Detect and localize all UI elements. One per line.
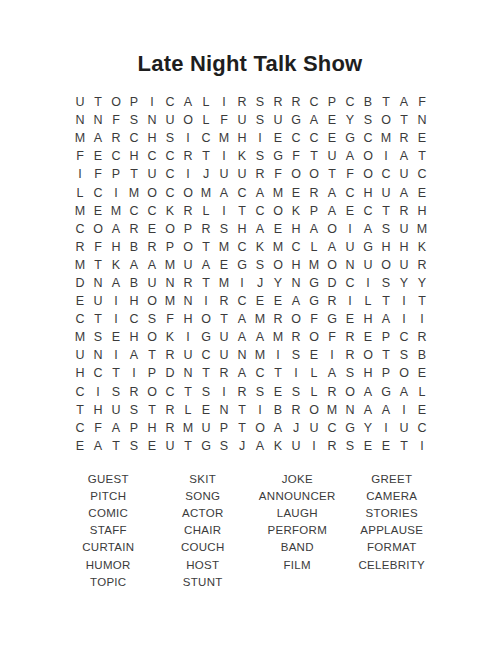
letter-cell[interactable]: R [251, 165, 269, 183]
letter-cell[interactable]: Y [359, 419, 377, 437]
letter-cell[interactable]: A [251, 183, 269, 201]
letter-cell[interactable]: R [341, 346, 359, 364]
letter-cell[interactable]: T [395, 111, 413, 129]
letter-cell[interactable]: I [215, 147, 233, 165]
letter-cell[interactable]: N [179, 364, 197, 382]
letter-cell[interactable]: R [323, 383, 341, 401]
letter-cell[interactable]: M [197, 183, 215, 201]
letter-cell[interactable]: U [323, 147, 341, 165]
letter-cell[interactable]: E [71, 292, 89, 310]
letter-cell[interactable]: C [161, 165, 179, 183]
letter-cell[interactable]: E [359, 437, 377, 455]
letter-cell[interactable]: M [161, 292, 179, 310]
letter-cell[interactable]: M [305, 256, 323, 274]
letter-cell[interactable]: E [359, 328, 377, 346]
letter-cell[interactable]: L [359, 292, 377, 310]
letter-cell[interactable]: P [125, 419, 143, 437]
letter-cell[interactable]: S [287, 346, 305, 364]
letter-cell[interactable]: T [233, 202, 251, 220]
letter-cell[interactable]: I [107, 346, 125, 364]
letter-cell[interactable]: I [215, 93, 233, 111]
letter-cell[interactable]: F [341, 165, 359, 183]
letter-cell[interactable]: O [359, 346, 377, 364]
letter-cell[interactable]: C [71, 419, 89, 437]
letter-cell[interactable]: A [125, 346, 143, 364]
letter-cell[interactable]: S [143, 310, 161, 328]
letter-cell[interactable]: E [143, 220, 161, 238]
letter-cell[interactable]: R [269, 93, 287, 111]
letter-cell[interactable]: C [287, 238, 305, 256]
letter-cell[interactable]: F [89, 165, 107, 183]
letter-cell[interactable]: T [413, 292, 431, 310]
letter-cell[interactable]: H [287, 220, 305, 238]
letter-cell[interactable]: I [179, 129, 197, 147]
letter-cell[interactable]: A [251, 437, 269, 455]
letter-cell[interactable]: A [89, 129, 107, 147]
letter-cell[interactable]: I [71, 165, 89, 183]
letter-cell[interactable]: P [143, 364, 161, 382]
letter-cell[interactable]: O [359, 165, 377, 183]
letter-cell[interactable]: O [179, 183, 197, 201]
letter-cell[interactable]: I [143, 93, 161, 111]
letter-cell[interactable]: E [413, 183, 431, 201]
letter-cell[interactable]: K [107, 256, 125, 274]
letter-cell[interactable]: G [305, 292, 323, 310]
letter-cell[interactable]: C [125, 310, 143, 328]
letter-cell[interactable]: H [143, 129, 161, 147]
letter-cell[interactable]: H [107, 238, 125, 256]
letter-cell[interactable]: C [251, 202, 269, 220]
letter-cell[interactable]: C [341, 274, 359, 292]
letter-cell[interactable]: K [251, 238, 269, 256]
letter-cell[interactable]: N [89, 274, 107, 292]
letter-cell[interactable]: I [107, 310, 125, 328]
letter-cell[interactable]: C [125, 202, 143, 220]
letter-cell[interactable]: M [71, 129, 89, 147]
letter-cell[interactable]: M [269, 183, 287, 201]
letter-cell[interactable]: S [89, 328, 107, 346]
letter-cell[interactable]: O [197, 310, 215, 328]
letter-cell[interactable]: I [377, 419, 395, 437]
letter-cell[interactable]: C [161, 93, 179, 111]
letter-cell[interactable]: H [233, 220, 251, 238]
letter-cell[interactable]: O [377, 256, 395, 274]
letter-cell[interactable]: A [107, 220, 125, 238]
letter-cell[interactable]: T [89, 256, 107, 274]
letter-cell[interactable]: J [287, 419, 305, 437]
letter-cell[interactable]: D [161, 364, 179, 382]
letter-cell[interactable]: S [251, 256, 269, 274]
letter-cell[interactable]: U [71, 93, 89, 111]
letter-cell[interactable]: K [161, 328, 179, 346]
letter-cell[interactable]: R [179, 147, 197, 165]
letter-cell[interactable]: U [305, 419, 323, 437]
letter-cell[interactable]: U [359, 256, 377, 274]
letter-cell[interactable]: C [161, 183, 179, 201]
letter-cell[interactable]: H [233, 129, 251, 147]
letter-cell[interactable]: K [413, 238, 431, 256]
letter-cell[interactable]: R [323, 437, 341, 455]
letter-cell[interactable]: P [179, 220, 197, 238]
letter-cell[interactable]: C [359, 202, 377, 220]
letter-cell[interactable]: T [179, 383, 197, 401]
letter-cell[interactable]: U [143, 274, 161, 292]
letter-cell[interactable]: N [215, 401, 233, 419]
letter-cell[interactable]: R [269, 310, 287, 328]
letter-cell[interactable]: A [179, 93, 197, 111]
letter-cell[interactable]: G [269, 147, 287, 165]
letter-cell[interactable]: T [89, 93, 107, 111]
letter-cell[interactable]: R [287, 93, 305, 111]
letter-cell[interactable]: C [71, 220, 89, 238]
letter-cell[interactable]: I [179, 165, 197, 183]
letter-cell[interactable]: M [125, 183, 143, 201]
letter-cell[interactable]: H [359, 310, 377, 328]
letter-cell[interactable]: C [71, 383, 89, 401]
letter-cell[interactable]: T [143, 346, 161, 364]
letter-cell[interactable]: A [233, 328, 251, 346]
letter-cell[interactable]: A [251, 220, 269, 238]
letter-cell[interactable]: S [251, 111, 269, 129]
letter-cell[interactable]: E [413, 364, 431, 382]
letter-cell[interactable]: B [359, 93, 377, 111]
letter-cell[interactable]: O [323, 220, 341, 238]
letter-cell[interactable]: C [107, 147, 125, 165]
letter-cell[interactable]: U [269, 111, 287, 129]
letter-cell[interactable]: A [143, 256, 161, 274]
letter-cell[interactable]: O [107, 93, 125, 111]
letter-cell[interactable]: K [161, 202, 179, 220]
letter-cell[interactable]: E [323, 111, 341, 129]
letter-cell[interactable]: C [359, 129, 377, 147]
letter-cell[interactable]: F [287, 147, 305, 165]
letter-cell[interactable]: G [197, 437, 215, 455]
letter-cell[interactable]: H [359, 364, 377, 382]
letter-cell[interactable]: P [377, 328, 395, 346]
letter-cell[interactable]: L [179, 401, 197, 419]
letter-cell[interactable]: I [377, 147, 395, 165]
letter-cell[interactable]: B [125, 238, 143, 256]
letter-cell[interactable]: O [161, 220, 179, 238]
letter-cell[interactable]: E [305, 346, 323, 364]
letter-cell[interactable]: C [233, 292, 251, 310]
letter-cell[interactable]: U [89, 292, 107, 310]
letter-cell[interactable]: O [269, 256, 287, 274]
letter-cell[interactable]: R [413, 256, 431, 274]
letter-cell[interactable]: T [233, 401, 251, 419]
letter-cell[interactable]: E [251, 292, 269, 310]
letter-cell[interactable]: O [89, 220, 107, 238]
letter-cell[interactable]: U [377, 183, 395, 201]
letter-cell[interactable]: H [179, 310, 197, 328]
letter-cell[interactable]: I [89, 383, 107, 401]
letter-cell[interactable]: Y [395, 274, 413, 292]
letter-cell[interactable]: T [197, 274, 215, 292]
letter-cell[interactable]: E [269, 129, 287, 147]
letter-cell[interactable]: G [341, 129, 359, 147]
letter-cell[interactable]: D [71, 274, 89, 292]
letter-cell[interactable]: N [89, 111, 107, 129]
letter-cell[interactable]: K [269, 437, 287, 455]
letter-cell[interactable]: H [71, 364, 89, 382]
letter-cell[interactable]: U [71, 346, 89, 364]
letter-cell[interactable]: U [215, 328, 233, 346]
letter-cell[interactable]: F [323, 328, 341, 346]
letter-cell[interactable]: H [287, 256, 305, 274]
letter-cell[interactable]: H [125, 147, 143, 165]
letter-cell[interactable]: G [359, 238, 377, 256]
letter-cell[interactable]: Y [413, 274, 431, 292]
letter-cell[interactable]: M [269, 328, 287, 346]
letter-cell[interactable]: E [413, 401, 431, 419]
letter-cell[interactable]: A [341, 147, 359, 165]
letter-cell[interactable]: I [107, 292, 125, 310]
letter-cell[interactable]: T [377, 346, 395, 364]
letter-cell[interactable]: G [233, 256, 251, 274]
letter-cell[interactable]: O [359, 147, 377, 165]
letter-cell[interactable]: U [395, 419, 413, 437]
letter-cell[interactable]: A [233, 310, 251, 328]
letter-cell[interactable]: E [269, 383, 287, 401]
letter-cell[interactable]: O [305, 328, 323, 346]
letter-cell[interactable]: U [179, 346, 197, 364]
letter-cell[interactable]: T [197, 147, 215, 165]
letter-cell[interactable]: R [161, 346, 179, 364]
letter-cell[interactable]: A [395, 93, 413, 111]
letter-cell[interactable]: S [341, 437, 359, 455]
letter-cell[interactable]: J [197, 165, 215, 183]
letter-cell[interactable]: E [341, 202, 359, 220]
letter-cell[interactable]: A [395, 147, 413, 165]
letter-cell[interactable]: I [305, 437, 323, 455]
letter-cell[interactable]: G [287, 111, 305, 129]
letter-cell[interactable]: R [305, 183, 323, 201]
letter-cell[interactable]: A [323, 202, 341, 220]
letter-cell[interactable]: O [395, 364, 413, 382]
letter-cell[interactable]: M [161, 256, 179, 274]
letter-cell[interactable]: S [359, 111, 377, 129]
letter-cell[interactable]: H [143, 419, 161, 437]
letter-cell[interactable]: I [215, 202, 233, 220]
letter-cell[interactable]: I [251, 401, 269, 419]
letter-cell[interactable]: I [125, 364, 143, 382]
letter-cell[interactable]: A [395, 183, 413, 201]
letter-cell[interactable]: R [395, 129, 413, 147]
letter-cell[interactable]: N [143, 111, 161, 129]
letter-cell[interactable]: M [107, 202, 125, 220]
letter-cell[interactable]: C [323, 419, 341, 437]
letter-cell[interactable]: S [395, 346, 413, 364]
letter-cell[interactable]: I [395, 292, 413, 310]
letter-cell[interactable]: U [233, 165, 251, 183]
letter-cell[interactable]: C [305, 93, 323, 111]
letter-cell[interactable]: H [395, 238, 413, 256]
letter-cell[interactable]: T [395, 437, 413, 455]
letter-cell[interactable]: I [395, 310, 413, 328]
letter-cell[interactable]: S [251, 147, 269, 165]
letter-cell[interactable]: S [377, 274, 395, 292]
letter-cell[interactable]: P [107, 165, 125, 183]
letter-cell[interactable]: B [269, 401, 287, 419]
letter-cell[interactable]: L [305, 383, 323, 401]
letter-cell[interactable]: C [395, 328, 413, 346]
letter-cell[interactable]: R [233, 383, 251, 401]
letter-cell[interactable]: C [143, 147, 161, 165]
letter-cell[interactable]: M [377, 129, 395, 147]
letter-cell[interactable]: M [251, 310, 269, 328]
letter-cell[interactable]: F [305, 310, 323, 328]
letter-cell[interactable]: K [287, 202, 305, 220]
letter-cell[interactable]: A [395, 383, 413, 401]
letter-cell[interactable]: T [89, 310, 107, 328]
letter-cell[interactable]: D [323, 274, 341, 292]
letter-cell[interactable]: R [161, 401, 179, 419]
letter-cell[interactable]: E [413, 129, 431, 147]
letter-cell[interactable]: R [413, 328, 431, 346]
letter-cell[interactable]: O [143, 328, 161, 346]
letter-cell[interactable]: A [377, 310, 395, 328]
letter-cell[interactable]: S [341, 364, 359, 382]
letter-cell[interactable]: I [287, 364, 305, 382]
letter-cell[interactable]: C [251, 364, 269, 382]
letter-cell[interactable]: A [359, 401, 377, 419]
letter-cell[interactable]: C [287, 129, 305, 147]
letter-cell[interactable]: G [305, 274, 323, 292]
letter-cell[interactable]: R [341, 328, 359, 346]
letter-cell[interactable]: R [161, 419, 179, 437]
letter-cell[interactable]: S [125, 111, 143, 129]
letter-cell[interactable]: I [197, 292, 215, 310]
letter-cell[interactable]: N [161, 274, 179, 292]
letter-cell[interactable]: C [161, 383, 179, 401]
letter-cell[interactable]: R [215, 292, 233, 310]
letter-cell[interactable]: T [125, 165, 143, 183]
letter-cell[interactable]: S [377, 220, 395, 238]
letter-cell[interactable]: F [107, 111, 125, 129]
letter-cell[interactable]: U [215, 165, 233, 183]
letter-cell[interactable]: U [395, 165, 413, 183]
letter-cell[interactable]: I [215, 383, 233, 401]
letter-cell[interactable]: P [305, 202, 323, 220]
letter-cell[interactable]: F [215, 111, 233, 129]
letter-cell[interactable]: M [413, 220, 431, 238]
letter-cell[interactable]: C [341, 93, 359, 111]
letter-cell[interactable]: F [89, 419, 107, 437]
letter-cell[interactable]: T [107, 364, 125, 382]
letter-cell[interactable]: A [377, 401, 395, 419]
letter-cell[interactable]: F [161, 310, 179, 328]
letter-cell[interactable]: S [287, 383, 305, 401]
letter-cell[interactable]: I [233, 274, 251, 292]
letter-cell[interactable]: L [197, 111, 215, 129]
letter-cell[interactable]: T [197, 364, 215, 382]
letter-cell[interactable]: A [107, 419, 125, 437]
letter-cell[interactable]: U [341, 238, 359, 256]
letter-cell[interactable]: M [323, 401, 341, 419]
letter-cell[interactable]: S [215, 437, 233, 455]
letter-cell[interactable]: J [251, 274, 269, 292]
letter-cell[interactable]: P [215, 419, 233, 437]
letter-cell[interactable]: I [269, 346, 287, 364]
letter-cell[interactable]: M [215, 129, 233, 147]
letter-cell[interactable]: O [179, 111, 197, 129]
letter-cell[interactable]: A [305, 220, 323, 238]
letter-cell[interactable]: M [71, 256, 89, 274]
letter-cell[interactable]: U [161, 437, 179, 455]
letter-cell[interactable]: E [143, 437, 161, 455]
letter-cell[interactable]: T [377, 93, 395, 111]
letter-cell[interactable]: I [395, 401, 413, 419]
letter-cell[interactable]: M [269, 238, 287, 256]
letter-cell[interactable]: H [89, 401, 107, 419]
letter-cell[interactable]: G [323, 310, 341, 328]
letter-cell[interactable]: N [287, 274, 305, 292]
letter-cell[interactable]: S [125, 401, 143, 419]
letter-cell[interactable]: E [377, 437, 395, 455]
letter-cell[interactable]: U [233, 111, 251, 129]
letter-cell[interactable]: A [107, 274, 125, 292]
letter-cell[interactable]: J [233, 437, 251, 455]
letter-cell[interactable]: E [341, 310, 359, 328]
letter-cell[interactable]: R [107, 129, 125, 147]
letter-cell[interactable]: O [287, 165, 305, 183]
letter-cell[interactable]: O [143, 292, 161, 310]
letter-cell[interactable]: A [251, 328, 269, 346]
letter-cell[interactable]: C [161, 147, 179, 165]
letter-cell[interactable]: K [233, 147, 251, 165]
letter-cell[interactable]: C [377, 165, 395, 183]
letter-cell[interactable]: P [377, 364, 395, 382]
letter-cell[interactable]: O [305, 165, 323, 183]
letter-cell[interactable]: G [377, 383, 395, 401]
letter-cell[interactable]: A [323, 183, 341, 201]
letter-cell[interactable]: G [341, 419, 359, 437]
letter-cell[interactable]: O [269, 202, 287, 220]
letter-cell[interactable]: A [125, 256, 143, 274]
letter-cell[interactable]: N [233, 346, 251, 364]
letter-cell[interactable]: E [197, 401, 215, 419]
letter-cell[interactable]: L [305, 364, 323, 382]
letter-cell[interactable]: C [143, 202, 161, 220]
letter-cell[interactable]: H [377, 238, 395, 256]
letter-cell[interactable]: S [107, 383, 125, 401]
letter-cell[interactable]: E [269, 292, 287, 310]
letter-cell[interactable]: R [287, 328, 305, 346]
letter-cell[interactable]: C [197, 129, 215, 147]
letter-cell[interactable]: B [125, 274, 143, 292]
letter-cell[interactable]: R [323, 292, 341, 310]
letter-cell[interactable]: U [395, 220, 413, 238]
letter-cell[interactable]: I [323, 346, 341, 364]
letter-cell[interactable]: M [215, 274, 233, 292]
letter-cell[interactable]: N [89, 346, 107, 364]
letter-cell[interactable]: G [197, 328, 215, 346]
letter-cell[interactable]: U [107, 401, 125, 419]
letter-cell[interactable]: T [377, 292, 395, 310]
letter-cell[interactable]: I [251, 129, 269, 147]
letter-cell[interactable]: A [305, 111, 323, 129]
letter-cell[interactable]: N [413, 111, 431, 129]
letter-cell[interactable]: L [305, 238, 323, 256]
letter-cell[interactable]: I [179, 328, 197, 346]
letter-cell[interactable]: E [323, 129, 341, 147]
letter-cell[interactable]: T [305, 147, 323, 165]
letter-cell[interactable]: O [323, 256, 341, 274]
letter-cell[interactable]: L [413, 383, 431, 401]
letter-cell[interactable]: C [413, 165, 431, 183]
letter-cell[interactable]: R [215, 364, 233, 382]
letter-cell[interactable]: T [197, 238, 215, 256]
